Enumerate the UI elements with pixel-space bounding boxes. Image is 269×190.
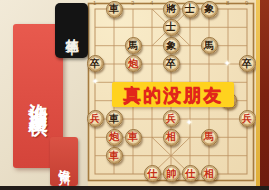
video-frame: 许仙没朋友棋 林德丰 许银川 車將士象士馬象馬卒炮卒卒馬兵車兵兵炮車相馬車仕帥仕… <box>0 0 269 190</box>
piece-character: 炮 <box>109 132 119 142</box>
piece-character: 馬 <box>128 40 138 50</box>
xiangqi-piece-red[interactable]: 仕 <box>144 165 161 182</box>
xiangqi-piece-black[interactable]: 馬 <box>125 37 142 54</box>
piece-character: 象 <box>204 4 214 14</box>
xiangqi-piece-red[interactable]: 車 <box>106 147 123 164</box>
xiangqi-piece-red[interactable]: 仕 <box>182 165 199 182</box>
sparkle-icon: ✦ <box>92 77 99 86</box>
xiangqi-piece-black[interactable]: 車 <box>106 1 123 18</box>
xiangqi-piece-red[interactable]: 相 <box>201 165 218 182</box>
piece-character: 車 <box>109 150 119 160</box>
speech-bubble: 真的没朋友 <box>112 82 234 107</box>
piece-character: 相 <box>166 132 176 142</box>
xiangqi-piece-black[interactable]: 象 <box>163 37 180 54</box>
piece-character: 車 <box>109 113 119 123</box>
piece-character: 帥 <box>166 168 176 178</box>
player-name-black-text: 林德丰 <box>63 28 81 34</box>
xiangqi-piece-red[interactable]: 炮 <box>125 55 142 72</box>
piece-character: 卒 <box>242 58 252 68</box>
piece-character: 卒 <box>90 58 100 68</box>
xiangqi-piece-black[interactable]: 卒 <box>163 55 180 72</box>
speech-bubble-text: 真的没朋友 <box>123 83 223 107</box>
xiangqi-piece-black[interactable]: 士 <box>182 1 199 18</box>
xiangqi-piece-black[interactable]: 卒 <box>239 55 256 72</box>
piece-character: 兵 <box>90 113 100 123</box>
xiangqi-piece-red[interactable]: 馬 <box>201 129 218 146</box>
piece-character: 馬 <box>204 40 214 50</box>
piece-character: 象 <box>166 40 176 50</box>
sparkle-icon: ✦ <box>224 59 231 68</box>
xiangqi-piece-red[interactable]: 兵 <box>87 110 104 127</box>
column-number: 8 <box>226 0 229 6</box>
title-banner-text: 许仙没朋友棋 <box>25 87 51 105</box>
piece-character: 兵 <box>242 113 252 123</box>
player-name-black: 林德丰 <box>55 3 88 58</box>
xiangqi-piece-black[interactable]: 卒 <box>87 55 104 72</box>
xiangqi-piece-red[interactable]: 炮 <box>106 129 123 146</box>
piece-character: 車 <box>128 132 138 142</box>
piece-character: 兵 <box>166 113 176 123</box>
bottom-edge-strip <box>0 186 269 190</box>
xiangqi-piece-black[interactable]: 馬 <box>201 37 218 54</box>
piece-character: 車 <box>109 4 119 14</box>
xiangqi-piece-red[interactable]: 兵 <box>163 110 180 127</box>
xiangqi-piece-black[interactable]: 象 <box>201 1 218 18</box>
xiangqi-piece-red[interactable]: 兵 <box>239 110 256 127</box>
sparkle-icon: ✦ <box>186 118 193 127</box>
piece-character: 炮 <box>128 58 138 68</box>
piece-character: 將 <box>166 4 176 14</box>
player-name-red: 许银川 <box>50 137 78 186</box>
piece-character: 士 <box>185 4 195 14</box>
player-name-red-text: 许银川 <box>56 159 73 165</box>
xiangqi-piece-red[interactable]: 相 <box>163 129 180 146</box>
xiangqi-piece-black[interactable]: 車 <box>106 110 123 127</box>
column-number: 3 <box>131 0 134 6</box>
piece-character: 馬 <box>204 132 214 142</box>
xiangqi-piece-red[interactable]: 車 <box>125 129 142 146</box>
column-number: 9 <box>245 0 248 6</box>
column-number: 1 <box>93 0 96 6</box>
xiangqi-piece-red[interactable]: 帥 <box>163 165 180 182</box>
column-number: 4 <box>150 0 153 6</box>
piece-character: 卒 <box>166 58 176 68</box>
piece-character: 仕 <box>185 168 195 178</box>
piece-character: 士 <box>166 22 176 32</box>
xiangqi-piece-black[interactable]: 將 <box>163 1 180 18</box>
xiangqi-piece-black[interactable]: 士 <box>163 19 180 36</box>
right-maroon-strip <box>260 0 269 190</box>
piece-character: 相 <box>204 168 214 178</box>
piece-character: 仕 <box>147 168 157 178</box>
